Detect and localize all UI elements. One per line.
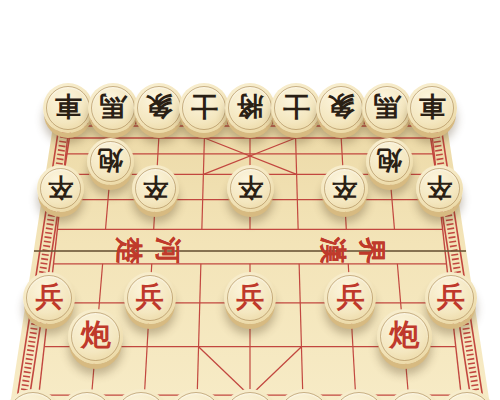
- piece-black-elephant[interactable]: 象: [134, 83, 184, 133]
- piece-red-cannon[interactable]: 炮: [68, 309, 123, 364]
- piece-glyph: 炮: [377, 308, 432, 363]
- piece-black-horse[interactable]: 馬: [88, 83, 138, 133]
- piece-black-advisor[interactable]: 士: [179, 83, 229, 133]
- pieces-layer: 車馬象士將士象馬車炮炮卒卒卒卒卒兵兵兵兵兵炮炮車馬相仕帥仕相馬車: [0, 0, 500, 400]
- piece-glyph: 兵: [324, 271, 376, 323]
- piece-red-soldier[interactable]: 兵: [124, 272, 176, 324]
- piece-glyph: 士: [271, 82, 321, 132]
- piece-glyph: 炮: [366, 137, 413, 184]
- piece-black-general[interactable]: 將: [225, 83, 275, 133]
- piece-glyph: 兵: [224, 271, 276, 323]
- piece-red-chariot[interactable]: 車: [438, 389, 496, 400]
- piece-black-cannon[interactable]: 炮: [87, 138, 134, 185]
- piece-glyph: 卒: [416, 164, 463, 211]
- piece-black-chariot[interactable]: 車: [407, 83, 457, 133]
- piece-black-soldier[interactable]: 卒: [321, 165, 368, 212]
- piece-glyph: 兵: [425, 271, 477, 323]
- piece-red-advisor[interactable]: 仕: [167, 389, 225, 400]
- piece-glyph: 將: [225, 82, 275, 132]
- piece-red-elephant[interactable]: 相: [112, 389, 170, 400]
- piece-black-soldier[interactable]: 卒: [416, 165, 463, 212]
- piece-glyph: 炮: [68, 308, 123, 363]
- piece-glyph: 馬: [88, 82, 138, 132]
- piece-black-advisor[interactable]: 士: [271, 83, 321, 133]
- piece-glyph: 象: [134, 82, 184, 132]
- piece-black-soldier[interactable]: 卒: [132, 165, 179, 212]
- piece-black-soldier[interactable]: 卒: [227, 165, 274, 212]
- piece-glyph: 卒: [37, 164, 84, 211]
- piece-glyph: 車: [4, 388, 62, 400]
- piece-red-soldier[interactable]: 兵: [224, 272, 276, 324]
- piece-red-advisor[interactable]: 仕: [275, 389, 333, 400]
- piece-glyph: 車: [43, 82, 93, 132]
- piece-black-horse[interactable]: 馬: [362, 83, 412, 133]
- piece-red-soldier[interactable]: 兵: [324, 272, 376, 324]
- piece-red-elephant[interactable]: 相: [330, 389, 388, 400]
- piece-glyph: 相: [112, 388, 170, 400]
- piece-glyph: 馬: [58, 388, 116, 400]
- piece-glyph: 兵: [124, 271, 176, 323]
- piece-black-chariot[interactable]: 車: [43, 83, 93, 133]
- piece-glyph: 帥: [221, 388, 279, 400]
- piece-glyph: 卒: [132, 164, 179, 211]
- piece-red-horse[interactable]: 馬: [384, 389, 442, 400]
- piece-glyph: 象: [316, 82, 366, 132]
- piece-red-cannon[interactable]: 炮: [377, 309, 432, 364]
- piece-red-chariot[interactable]: 車: [4, 389, 62, 400]
- piece-red-soldier[interactable]: 兵: [425, 272, 477, 324]
- piece-glyph: 馬: [384, 388, 442, 400]
- piece-black-soldier[interactable]: 卒: [37, 165, 84, 212]
- piece-glyph: 卒: [227, 164, 274, 211]
- piece-glyph: 仕: [275, 388, 333, 400]
- piece-glyph: 士: [179, 82, 229, 132]
- piece-red-general[interactable]: 帥: [221, 389, 279, 400]
- piece-black-cannon[interactable]: 炮: [366, 138, 413, 185]
- piece-glyph: 相: [330, 388, 388, 400]
- piece-glyph: 卒: [321, 164, 368, 211]
- piece-glyph: 車: [407, 82, 457, 132]
- piece-glyph: 炮: [87, 137, 134, 184]
- piece-glyph: 仕: [167, 388, 225, 400]
- piece-glyph: 車: [438, 388, 496, 400]
- piece-black-elephant[interactable]: 象: [316, 83, 366, 133]
- piece-red-horse[interactable]: 馬: [58, 389, 116, 400]
- piece-glyph: 馬: [362, 82, 412, 132]
- scene: 楚河 漢界 車馬象士將士象馬車炮炮卒卒卒卒卒兵兵兵兵兵炮炮車馬相仕帥仕相馬車: [0, 0, 500, 400]
